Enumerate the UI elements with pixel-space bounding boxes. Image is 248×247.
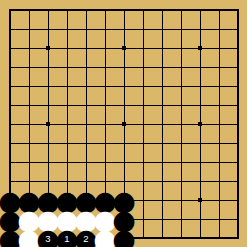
- board-intersection[interactable]: [115, 39, 134, 58]
- board-intersection[interactable]: [39, 1, 58, 20]
- board-intersection[interactable]: ●: [20, 210, 39, 229]
- board-intersection[interactable]: ●: [77, 191, 96, 210]
- board-intersection[interactable]: [39, 153, 58, 172]
- black-stone: ●: [115, 191, 134, 210]
- black-stone: ●: [58, 191, 77, 210]
- board-intersection[interactable]: [1, 58, 20, 77]
- board-intersection[interactable]: [77, 20, 96, 39]
- board-intersection[interactable]: [77, 134, 96, 153]
- board-intersection[interactable]: [58, 172, 77, 191]
- board-intersection[interactable]: [20, 77, 39, 96]
- board-intersection[interactable]: [96, 115, 115, 134]
- board-intersection[interactable]: [39, 77, 58, 96]
- board-intersection[interactable]: [96, 77, 115, 96]
- board-intersection[interactable]: [58, 20, 77, 39]
- board-intersection[interactable]: [210, 191, 229, 210]
- board-intersection[interactable]: [153, 1, 172, 20]
- black-stone: ●: [115, 229, 134, 247]
- board-intersection[interactable]: ●: [1, 191, 20, 210]
- board-intersection[interactable]: [172, 77, 191, 96]
- white-stone: ●: [96, 229, 115, 247]
- board-intersection[interactable]: [39, 115, 58, 134]
- board-intersection[interactable]: [39, 172, 58, 191]
- board-intersection[interactable]: [229, 115, 248, 134]
- board-intersection[interactable]: [1, 153, 20, 172]
- board-intersection[interactable]: [191, 58, 210, 77]
- board-intersection[interactable]: [20, 153, 39, 172]
- board-intersection[interactable]: [172, 172, 191, 191]
- board-intersection[interactable]: [153, 172, 172, 191]
- go-board: ●●●●●●●●●●●●●●●●●3●1●2●●: [0, 0, 247, 247]
- black-stone: ●: [58, 229, 77, 247]
- board-intersection[interactable]: ●: [58, 210, 77, 229]
- board-intersection[interactable]: [172, 153, 191, 172]
- board-intersection[interactable]: [58, 58, 77, 77]
- board-intersection[interactable]: [191, 172, 210, 191]
- board-intersection[interactable]: ●: [96, 229, 115, 247]
- board-intersection[interactable]: [191, 115, 210, 134]
- board-intersection[interactable]: [172, 115, 191, 134]
- board-intersection[interactable]: [172, 39, 191, 58]
- board-intersection[interactable]: [77, 153, 96, 172]
- board-intersection[interactable]: [191, 1, 210, 20]
- board-intersection[interactable]: [210, 20, 229, 39]
- board-intersection[interactable]: [153, 229, 172, 247]
- board-intersection[interactable]: [210, 229, 229, 247]
- board-intersection[interactable]: [58, 1, 77, 20]
- board-intersection[interactable]: [39, 134, 58, 153]
- move-number-label: 1: [58, 229, 77, 247]
- board-intersection[interactable]: [134, 20, 153, 39]
- board-intersection[interactable]: [1, 77, 20, 96]
- board-intersection[interactable]: [191, 229, 210, 247]
- board-intersection[interactable]: [172, 96, 191, 115]
- board-intersection[interactable]: [20, 172, 39, 191]
- board-intersection[interactable]: [1, 172, 20, 191]
- board-intersection[interactable]: [210, 153, 229, 172]
- board-intersection[interactable]: [172, 20, 191, 39]
- board-intersection[interactable]: [58, 77, 77, 96]
- board-intersection[interactable]: [115, 58, 134, 77]
- board-intersection[interactable]: [134, 153, 153, 172]
- board-intersection[interactable]: [58, 134, 77, 153]
- board-intersection[interactable]: [153, 58, 172, 77]
- board-intersection[interactable]: ●: [39, 210, 58, 229]
- white-stone: ●: [20, 229, 39, 247]
- board-intersection[interactable]: ●: [115, 229, 134, 247]
- board-intersection[interactable]: [96, 134, 115, 153]
- board-intersection[interactable]: [115, 77, 134, 96]
- board-intersection[interactable]: [153, 77, 172, 96]
- board-intersection[interactable]: ●: [58, 191, 77, 210]
- black-stone: ●: [1, 229, 20, 247]
- board-intersection[interactable]: [77, 58, 96, 77]
- board-intersections: ●●●●●●●●●●●●●●●●●3●1●2●●: [1, 1, 248, 247]
- board-intersection[interactable]: [191, 153, 210, 172]
- board-intersection[interactable]: [229, 77, 248, 96]
- board-intersection[interactable]: [134, 172, 153, 191]
- board-intersection[interactable]: ●: [1, 210, 20, 229]
- board-intersection[interactable]: [191, 77, 210, 96]
- board-intersection[interactable]: [134, 115, 153, 134]
- board-intersection[interactable]: [210, 39, 229, 58]
- board-intersection[interactable]: [115, 153, 134, 172]
- white-stone: ●: [39, 210, 58, 229]
- board-intersection[interactable]: [20, 39, 39, 58]
- black-stone: ●: [39, 229, 58, 247]
- board-intersection[interactable]: [153, 115, 172, 134]
- board-intersection[interactable]: [115, 134, 134, 153]
- board-intersection[interactable]: [77, 77, 96, 96]
- board-intersection[interactable]: [172, 191, 191, 210]
- board-intersection[interactable]: ●: [96, 191, 115, 210]
- black-stone: ●: [96, 191, 115, 210]
- board-intersection[interactable]: [191, 134, 210, 153]
- board-intersection[interactable]: [210, 172, 229, 191]
- board-intersection[interactable]: [229, 210, 248, 229]
- white-stone: ●: [58, 210, 77, 229]
- board-intersection[interactable]: [1, 134, 20, 153]
- board-intersection[interactable]: [39, 58, 58, 77]
- board-intersection[interactable]: [20, 96, 39, 115]
- board-intersection[interactable]: [1, 20, 20, 39]
- board-intersection[interactable]: [229, 229, 248, 247]
- board-intersection[interactable]: [39, 39, 58, 58]
- board-intersection[interactable]: ●: [115, 191, 134, 210]
- board-intersection[interactable]: ●: [96, 210, 115, 229]
- board-intersection[interactable]: [134, 58, 153, 77]
- board-intersection[interactable]: [191, 39, 210, 58]
- black-stone: ●: [39, 191, 58, 210]
- board-intersection[interactable]: [229, 134, 248, 153]
- board-intersection[interactable]: [115, 20, 134, 39]
- board-intersection[interactable]: [96, 39, 115, 58]
- board-intersection[interactable]: [39, 20, 58, 39]
- board-intersection[interactable]: [153, 134, 172, 153]
- board-intersection[interactable]: ●: [77, 210, 96, 229]
- board-intersection[interactable]: [229, 39, 248, 58]
- board-intersection[interactable]: [77, 115, 96, 134]
- board-intersection[interactable]: [20, 134, 39, 153]
- board-intersection[interactable]: [134, 1, 153, 20]
- board-intersection[interactable]: [96, 172, 115, 191]
- board-intersection[interactable]: [58, 115, 77, 134]
- board-intersection[interactable]: [77, 39, 96, 58]
- black-stone: ●: [1, 191, 20, 210]
- board-intersection[interactable]: [96, 96, 115, 115]
- board-intersection[interactable]: [134, 210, 153, 229]
- board-intersection[interactable]: [191, 191, 210, 210]
- board-intersection[interactable]: [134, 191, 153, 210]
- board-intersection[interactable]: [20, 20, 39, 39]
- black-stone: ●: [115, 210, 134, 229]
- board-intersection[interactable]: [210, 58, 229, 77]
- board-intersection[interactable]: [1, 39, 20, 58]
- board-intersection[interactable]: [134, 134, 153, 153]
- black-stone: ●: [20, 191, 39, 210]
- board-intersection[interactable]: [172, 229, 191, 247]
- board-intersection[interactable]: [229, 153, 248, 172]
- board-intersection[interactable]: [134, 77, 153, 96]
- board-intersection[interactable]: [1, 115, 20, 134]
- board-intersection[interactable]: [115, 96, 134, 115]
- board-intersection[interactable]: [210, 96, 229, 115]
- board-intersection[interactable]: [153, 20, 172, 39]
- white-stone: ●: [77, 210, 96, 229]
- board-intersection[interactable]: [210, 115, 229, 134]
- white-stone: ●: [96, 210, 115, 229]
- board-intersection[interactable]: ●: [115, 210, 134, 229]
- board-intersection[interactable]: [20, 115, 39, 134]
- board-intersection[interactable]: [191, 20, 210, 39]
- board-intersection[interactable]: [229, 191, 248, 210]
- board-intersection[interactable]: [210, 77, 229, 96]
- board-intersection[interactable]: [191, 210, 210, 229]
- board-intersection[interactable]: [153, 39, 172, 58]
- board-intersection[interactable]: ●: [20, 191, 39, 210]
- board-intersection[interactable]: [20, 1, 39, 20]
- board-intersection[interactable]: ●: [39, 191, 58, 210]
- board-intersection[interactable]: [153, 210, 172, 229]
- board-intersection[interactable]: [96, 153, 115, 172]
- board-intersection[interactable]: [115, 1, 134, 20]
- board-intersection[interactable]: [153, 153, 172, 172]
- board-intersection[interactable]: [58, 96, 77, 115]
- move-number-label: 2: [77, 229, 96, 247]
- board-intersection[interactable]: [229, 1, 248, 20]
- black-stone: ●: [77, 229, 96, 247]
- board-intersection[interactable]: [77, 172, 96, 191]
- black-stone: ●: [1, 210, 20, 229]
- board-intersection[interactable]: [96, 20, 115, 39]
- board-intersection[interactable]: [210, 134, 229, 153]
- board-intersection[interactable]: [229, 20, 248, 39]
- board-intersection[interactable]: [229, 96, 248, 115]
- board-intersection[interactable]: [172, 210, 191, 229]
- board-intersection[interactable]: [115, 115, 134, 134]
- board-intersection[interactable]: [153, 96, 172, 115]
- white-stone: ●: [20, 210, 39, 229]
- move-number-label: 3: [39, 229, 58, 247]
- board-intersection[interactable]: [96, 58, 115, 77]
- board-intersection[interactable]: [58, 39, 77, 58]
- black-stone: ●: [77, 191, 96, 210]
- board-intersection[interactable]: ●1: [58, 229, 77, 247]
- board-intersection[interactable]: ●: [1, 229, 20, 247]
- board-intersection[interactable]: ●3: [39, 229, 58, 247]
- board-intersection[interactable]: [229, 172, 248, 191]
- board-intersection[interactable]: ●: [20, 229, 39, 247]
- board-intersection[interactable]: [191, 96, 210, 115]
- board-intersection[interactable]: [153, 191, 172, 210]
- board-intersection[interactable]: [172, 58, 191, 77]
- board-intersection[interactable]: [77, 96, 96, 115]
- board-intersection[interactable]: [115, 172, 134, 191]
- board-intersection[interactable]: [210, 1, 229, 20]
- board-intersection[interactable]: [96, 1, 115, 20]
- board-intersection[interactable]: [58, 153, 77, 172]
- board-intersection[interactable]: [134, 39, 153, 58]
- board-intersection[interactable]: [134, 96, 153, 115]
- board-intersection[interactable]: [77, 1, 96, 20]
- board-intersection[interactable]: [134, 229, 153, 247]
- board-intersection[interactable]: [39, 96, 58, 115]
- board-intersection[interactable]: [172, 1, 191, 20]
- board-intersection[interactable]: ●2: [77, 229, 96, 247]
- board-intersection[interactable]: [229, 58, 248, 77]
- board-intersection[interactable]: [20, 58, 39, 77]
- board-intersection[interactable]: [172, 134, 191, 153]
- board-intersection[interactable]: [210, 210, 229, 229]
- board-intersection[interactable]: [1, 1, 20, 20]
- board-intersection[interactable]: [1, 96, 20, 115]
